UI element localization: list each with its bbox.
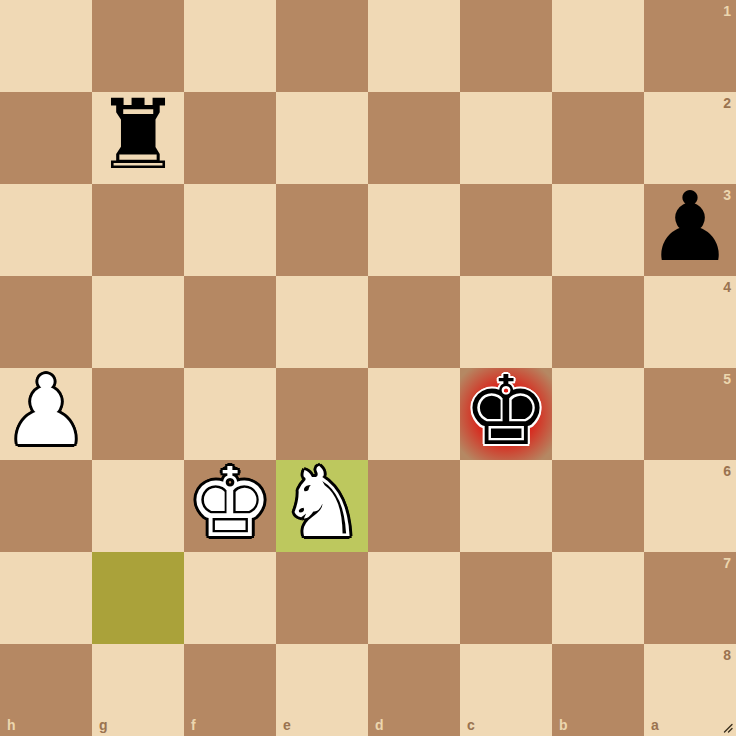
square-a8[interactable]: 8a	[644, 644, 736, 736]
square-h3[interactable]	[0, 184, 92, 276]
square-e3[interactable]	[276, 184, 368, 276]
square-h5[interactable]: ♟	[0, 368, 92, 460]
square-d2[interactable]	[368, 92, 460, 184]
square-c1[interactable]	[460, 0, 552, 92]
rank-label-8: 8	[723, 648, 731, 662]
square-e1[interactable]	[276, 0, 368, 92]
square-d8[interactable]: d	[368, 644, 460, 736]
rank-label-5: 5	[723, 372, 731, 386]
rank-label-6: 6	[723, 464, 731, 478]
file-label-e: e	[283, 718, 291, 732]
square-f4[interactable]	[184, 276, 276, 368]
square-f6[interactable]: ♚	[184, 460, 276, 552]
square-d5[interactable]	[368, 368, 460, 460]
square-f7[interactable]	[184, 552, 276, 644]
square-d4[interactable]	[368, 276, 460, 368]
square-d1[interactable]	[368, 0, 460, 92]
square-b4[interactable]	[552, 276, 644, 368]
rank-label-1: 1	[723, 4, 731, 18]
board-resize-handle[interactable]	[719, 719, 734, 734]
file-label-d: d	[375, 718, 384, 732]
square-g4[interactable]	[92, 276, 184, 368]
square-g2[interactable]: ♜	[92, 92, 184, 184]
piece-black-rook[interactable]: ♜	[95, 89, 181, 181]
square-h6[interactable]	[0, 460, 92, 552]
square-c2[interactable]	[460, 92, 552, 184]
square-f2[interactable]	[184, 92, 276, 184]
square-b2[interactable]	[552, 92, 644, 184]
square-g7[interactable]	[92, 552, 184, 644]
square-b3[interactable]	[552, 184, 644, 276]
square-a3[interactable]: ♟3	[644, 184, 736, 276]
rank-label-3: 3	[723, 188, 731, 202]
square-f8[interactable]: f	[184, 644, 276, 736]
square-b6[interactable]	[552, 460, 644, 552]
piece-white-knight[interactable]: ♞	[279, 457, 365, 549]
file-label-b: b	[559, 718, 568, 732]
piece-white-pawn[interactable]: ♟	[3, 365, 89, 457]
square-c3[interactable]	[460, 184, 552, 276]
square-d3[interactable]	[368, 184, 460, 276]
square-a5[interactable]: 5	[644, 368, 736, 460]
square-g8[interactable]: g	[92, 644, 184, 736]
square-g6[interactable]	[92, 460, 184, 552]
rank-label-4: 4	[723, 280, 731, 294]
file-label-g: g	[99, 718, 108, 732]
file-label-c: c	[467, 718, 475, 732]
square-e4[interactable]	[276, 276, 368, 368]
square-a1[interactable]: 1	[644, 0, 736, 92]
square-a7[interactable]: 7	[644, 552, 736, 644]
square-e2[interactable]	[276, 92, 368, 184]
square-e7[interactable]	[276, 552, 368, 644]
chess-board: 1♜2♟34♟♚5♚♞67hgfedcb8a	[0, 0, 736, 736]
square-d6[interactable]	[368, 460, 460, 552]
square-e8[interactable]: e	[276, 644, 368, 736]
square-b1[interactable]	[552, 0, 644, 92]
square-c7[interactable]	[460, 552, 552, 644]
square-g3[interactable]	[92, 184, 184, 276]
file-label-h: h	[7, 718, 16, 732]
square-c8[interactable]: c	[460, 644, 552, 736]
square-b7[interactable]	[552, 552, 644, 644]
square-a6[interactable]: 6	[644, 460, 736, 552]
square-b8[interactable]: b	[552, 644, 644, 736]
rank-label-7: 7	[723, 556, 731, 570]
square-a4[interactable]: 4	[644, 276, 736, 368]
piece-black-pawn[interactable]: ♟	[647, 181, 733, 273]
square-h8[interactable]: h	[0, 644, 92, 736]
piece-white-king[interactable]: ♚	[187, 457, 273, 549]
square-b5[interactable]	[552, 368, 644, 460]
square-c6[interactable]	[460, 460, 552, 552]
square-e6[interactable]: ♞	[276, 460, 368, 552]
square-h1[interactable]	[0, 0, 92, 92]
square-g5[interactable]	[92, 368, 184, 460]
square-c5[interactable]: ♚	[460, 368, 552, 460]
file-label-a: a	[651, 718, 659, 732]
square-f3[interactable]	[184, 184, 276, 276]
square-d7[interactable]	[368, 552, 460, 644]
piece-black-king[interactable]: ♚	[463, 365, 549, 457]
resize-icon	[719, 719, 734, 734]
square-f1[interactable]	[184, 0, 276, 92]
rank-label-2: 2	[723, 96, 731, 110]
file-label-f: f	[191, 718, 196, 732]
square-h7[interactable]	[0, 552, 92, 644]
square-h2[interactable]	[0, 92, 92, 184]
